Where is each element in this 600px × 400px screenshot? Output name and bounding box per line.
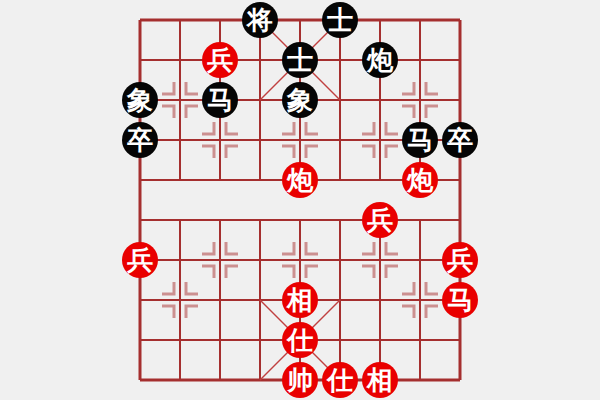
pieces-layer: 将士士炮兵象马象卒马卒炮炮兵兵兵相马仕帅仕相 [0,0,600,400]
piece-red-horse[interactable]: 马 [442,282,478,318]
piece-red-advisor[interactable]: 仕 [282,322,318,358]
piece-red-soldier[interactable]: 兵 [122,242,158,278]
piece-black-elephant[interactable]: 象 [282,82,318,118]
piece-black-horse[interactable]: 马 [202,82,238,118]
piece-red-cannon[interactable]: 炮 [402,162,438,198]
piece-black-cannon[interactable]: 炮 [362,42,398,78]
piece-red-soldier[interactable]: 兵 [362,202,398,238]
piece-black-soldier[interactable]: 卒 [442,122,478,158]
piece-black-general[interactable]: 将 [242,2,278,38]
piece-red-cannon[interactable]: 炮 [282,162,318,198]
xiangqi-board[interactable]: 将士士炮兵象马象卒马卒炮炮兵兵兵相马仕帅仕相 [0,0,600,400]
piece-red-elephant[interactable]: 相 [362,362,398,398]
piece-black-horse[interactable]: 马 [402,122,438,158]
piece-red-advisor[interactable]: 仕 [322,362,358,398]
piece-black-advisor[interactable]: 士 [282,42,318,78]
piece-black-elephant[interactable]: 象 [122,82,158,118]
piece-black-advisor[interactable]: 士 [322,2,358,38]
piece-black-soldier[interactable]: 卒 [122,122,158,158]
piece-red-general[interactable]: 帅 [282,362,318,398]
piece-red-soldier[interactable]: 兵 [202,42,238,78]
piece-red-soldier[interactable]: 兵 [442,242,478,278]
piece-red-elephant[interactable]: 相 [282,282,318,318]
